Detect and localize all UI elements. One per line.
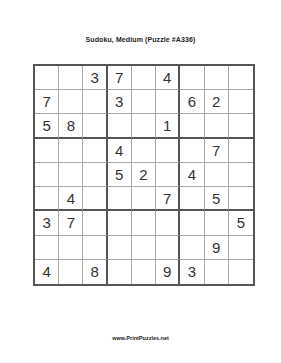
cell-r4c7 <box>180 139 204 163</box>
cell-r1c9 <box>229 66 253 90</box>
cell-r8c5 <box>132 236 156 260</box>
cell-r9c4 <box>108 260 132 284</box>
cell-r3c7 <box>180 114 204 138</box>
cell-r4c9 <box>229 139 253 163</box>
cell-r2c3 <box>83 90 107 114</box>
cell-r3c2: 8 <box>59 114 83 138</box>
cell-r2c6 <box>156 90 180 114</box>
cell-r6c7 <box>180 187 204 211</box>
cell-r5c2 <box>59 163 83 187</box>
cell-r8c6 <box>156 236 180 260</box>
cell-r1c7 <box>180 66 204 90</box>
cell-r9c2 <box>59 260 83 284</box>
cell-r2c7: 6 <box>180 90 204 114</box>
cell-r4c2 <box>59 139 83 163</box>
cell-r8c3 <box>83 236 107 260</box>
cell-r3c5 <box>132 114 156 138</box>
cell-r8c4 <box>108 236 132 260</box>
cell-r6c3 <box>83 187 107 211</box>
cell-r7c6 <box>156 211 180 235</box>
cell-r5c3 <box>83 163 107 187</box>
cell-r7c1: 3 <box>35 211 59 235</box>
cell-r1c2 <box>59 66 83 90</box>
cell-r5c4: 5 <box>108 163 132 187</box>
cell-r9c3: 8 <box>83 260 107 284</box>
cell-r4c6 <box>156 139 180 163</box>
cell-r2c5 <box>132 90 156 114</box>
cell-r8c8: 9 <box>205 236 229 260</box>
cell-r4c4: 4 <box>108 139 132 163</box>
cell-r1c8 <box>205 66 229 90</box>
cell-r1c3: 3 <box>83 66 107 90</box>
page-title: Sudoku, Medium (Puzzle #A336) <box>0 36 281 43</box>
cell-r2c2 <box>59 90 83 114</box>
cell-r6c9 <box>229 187 253 211</box>
cell-r5c9 <box>229 163 253 187</box>
cell-r1c6: 4 <box>156 66 180 90</box>
cell-r5c8 <box>205 163 229 187</box>
cell-r5c1 <box>35 163 59 187</box>
cell-r6c6: 7 <box>156 187 180 211</box>
cell-r9c6: 9 <box>156 260 180 284</box>
cell-r4c1 <box>35 139 59 163</box>
cell-r2c9 <box>229 90 253 114</box>
cell-r4c3 <box>83 139 107 163</box>
cell-r7c8 <box>205 211 229 235</box>
cell-r8c1 <box>35 236 59 260</box>
cell-r9c9 <box>229 260 253 284</box>
cell-r3c9 <box>229 114 253 138</box>
cell-r1c5 <box>132 66 156 90</box>
cell-r9c1: 4 <box>35 260 59 284</box>
cell-r2c1: 7 <box>35 90 59 114</box>
cell-r3c1: 5 <box>35 114 59 138</box>
cell-r7c3 <box>83 211 107 235</box>
cell-r3c3 <box>83 114 107 138</box>
cell-r3c8 <box>205 114 229 138</box>
cell-r9c8 <box>205 260 229 284</box>
cell-r9c7: 3 <box>180 260 204 284</box>
cell-r7c9: 5 <box>229 211 253 235</box>
cell-r7c2: 7 <box>59 211 83 235</box>
cell-r5c6 <box>156 163 180 187</box>
cell-r6c2: 4 <box>59 187 83 211</box>
footer-url: www.PrintPuzzles.net <box>0 335 281 341</box>
cell-r7c4 <box>108 211 132 235</box>
cell-r3c6: 1 <box>156 114 180 138</box>
cell-r8c2 <box>59 236 83 260</box>
cell-r6c4 <box>108 187 132 211</box>
cell-r2c8: 2 <box>205 90 229 114</box>
cell-r7c7 <box>180 211 204 235</box>
cell-r4c5 <box>132 139 156 163</box>
cell-r8c7 <box>180 236 204 260</box>
cell-r4c8: 7 <box>205 139 229 163</box>
cell-r1c4: 7 <box>108 66 132 90</box>
sudoku-board: 37473625814752447537594893 <box>33 64 255 286</box>
cell-r8c9 <box>229 236 253 260</box>
cell-r6c5 <box>132 187 156 211</box>
cell-r9c5 <box>132 260 156 284</box>
cell-r1c1 <box>35 66 59 90</box>
cell-r6c8: 5 <box>205 187 229 211</box>
cell-r2c4: 3 <box>108 90 132 114</box>
cell-r5c5: 2 <box>132 163 156 187</box>
cell-r7c5 <box>132 211 156 235</box>
cell-r3c4 <box>108 114 132 138</box>
cell-r5c7: 4 <box>180 163 204 187</box>
cell-r6c1 <box>35 187 59 211</box>
